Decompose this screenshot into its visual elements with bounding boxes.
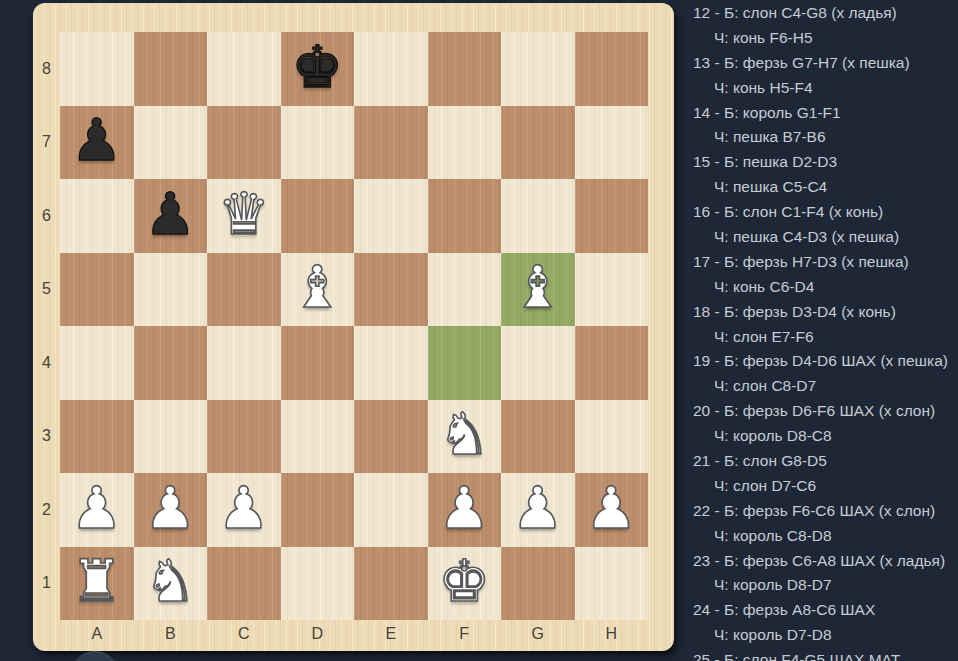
square-c1[interactable] [207,547,281,621]
square-b6[interactable]: ♟ [134,179,208,253]
piece-black-pawn-a7[interactable]: ♟ [71,111,123,169]
square-f5[interactable] [428,253,502,327]
move-line-black: Ч: конь H5-F4 [693,76,958,101]
move-line-black: Ч: король C8-D8 [693,524,958,549]
square-c2[interactable]: ♟ [207,473,281,547]
move-list: 12 - Б: слон C4-G8 (х ладья)Ч: конь F6-H… [693,1,958,661]
file-label-b: B [134,620,208,648]
square-d8[interactable]: ♚ [281,32,355,106]
move-line-black: Ч: пешка C5-C4 [693,175,958,200]
move-line-black: Ч: слон C8-D7 [693,374,958,399]
square-f3[interactable]: ♞ [428,400,502,474]
rank-label-1: 1 [33,547,60,621]
piece-white-rook-a1[interactable]: ♜ [71,552,123,610]
square-a5[interactable] [60,253,134,327]
square-a4[interactable] [60,326,134,400]
chess-board: 87654321 ♚♟♟♛♝♝♞♟♟♟♟♟♟♜♞♚ ABCDEFGH [33,3,674,651]
move-line-black: Ч: король D8-D7 [693,573,958,598]
square-f2[interactable]: ♟ [428,473,502,547]
square-b3[interactable] [134,400,208,474]
move-line-white: 15 - Б: пешка D2-D3 [693,150,958,175]
square-f6[interactable] [428,179,502,253]
rank-label-7: 7 [33,106,60,180]
square-f7[interactable] [428,106,502,180]
square-e7[interactable] [354,106,428,180]
move-line-black: Ч: пешка B7-B6 [693,125,958,150]
square-a8[interactable] [60,32,134,106]
piece-black-pawn-b6[interactable]: ♟ [144,185,196,243]
square-c4[interactable] [207,326,281,400]
square-e8[interactable] [354,32,428,106]
square-e2[interactable] [354,473,428,547]
file-labels: ABCDEFGH [60,620,648,648]
square-a2[interactable]: ♟ [60,473,134,547]
square-d7[interactable] [281,106,355,180]
square-b7[interactable] [134,106,208,180]
move-line-black: Ч: конь C6-D4 [693,275,958,300]
square-c7[interactable] [207,106,281,180]
square-e5[interactable] [354,253,428,327]
move-line-white: 13 - Б: ферзь G7-H7 (х пешка) [693,51,958,76]
move-line-white: 16 - Б: слон C1-F4 (х конь) [693,200,958,225]
square-h5[interactable] [575,253,649,327]
square-c6[interactable]: ♛ [207,179,281,253]
move-line-black: Ч: слон D7-C6 [693,474,958,499]
piece-white-pawn-b2[interactable]: ♟ [144,479,196,537]
move-line-black: Ч: король D7-D8 [693,623,958,648]
square-h8[interactable] [575,32,649,106]
square-b2[interactable]: ♟ [134,473,208,547]
square-d5[interactable]: ♝ [281,253,355,327]
move-line-white: 17 - Б: ферзь H7-D3 (х пешка) [693,250,958,275]
square-e1[interactable] [354,547,428,621]
piece-white-pawn-g2[interactable]: ♟ [512,479,564,537]
move-line-white: 14 - Б: король G1-F1 [693,101,958,126]
piece-white-knight-f3[interactable]: ♞ [438,405,490,463]
square-b8[interactable] [134,32,208,106]
square-g5[interactable]: ♝ [501,253,575,327]
square-h7[interactable] [575,106,649,180]
square-h3[interactable] [575,400,649,474]
move-line-white: 20 - Б: ферзь D6-F6 ШАХ (х слон) [693,399,958,424]
piece-white-knight-b1[interactable]: ♞ [144,552,196,610]
square-a1[interactable]: ♜ [60,547,134,621]
square-g6[interactable] [501,179,575,253]
file-label-d: D [281,620,355,648]
square-h2[interactable]: ♟ [575,473,649,547]
piece-white-king-f1[interactable]: ♚ [438,552,490,610]
move-line-white: 23 - Б: ферзь C6-A8 ШАХ (х ладья) [693,549,958,574]
rank-label-6: 6 [33,179,60,253]
square-h4[interactable] [575,326,649,400]
move-line-black: Ч: король D8-C8 [693,424,958,449]
square-d2[interactable] [281,473,355,547]
piece-white-pawn-c2[interactable]: ♟ [218,479,270,537]
square-f4[interactable] [428,326,502,400]
square-g2[interactable]: ♟ [501,473,575,547]
rank-label-3: 3 [33,400,60,474]
square-e6[interactable] [354,179,428,253]
move-line-black: Ч: пешка C4-D3 (х пешка) [693,225,958,250]
square-f8[interactable] [428,32,502,106]
piece-white-bishop-g5[interactable]: ♝ [512,258,564,316]
piece-white-pawn-h2[interactable]: ♟ [585,479,637,537]
piece-white-pawn-a2[interactable]: ♟ [71,479,123,537]
cropped-circle-button[interactable] [71,651,119,661]
piece-black-king-d8[interactable]: ♚ [291,38,343,96]
square-e4[interactable] [354,326,428,400]
move-line-black: Ч: конь F6-H5 [693,26,958,51]
square-d1[interactable] [281,547,355,621]
file-label-e: E [354,620,428,648]
file-label-g: G [501,620,575,648]
move-line-white: 12 - Б: слон C4-G8 (х ладья) [693,1,958,26]
move-line-white: 18 - Б: ферзь D3-D4 (х конь) [693,300,958,325]
square-f1[interactable]: ♚ [428,547,502,621]
square-g4[interactable] [501,326,575,400]
square-b1[interactable]: ♞ [134,547,208,621]
move-line-white: 22 - Б: ферзь F6-C6 ШАХ (х слон) [693,499,958,524]
rank-label-8: 8 [33,32,60,106]
file-label-h: H [575,620,649,648]
move-line-white: 24 - Б: ферзь A8-C6 ШАХ [693,598,958,623]
square-b4[interactable] [134,326,208,400]
square-c3[interactable] [207,400,281,474]
file-label-a: A [60,620,134,648]
piece-white-bishop-d5[interactable]: ♝ [291,258,343,316]
square-c8[interactable] [207,32,281,106]
square-b5[interactable] [134,253,208,327]
square-a6[interactable] [60,179,134,253]
rank-label-4: 4 [33,326,60,400]
file-label-c: C [207,620,281,648]
square-h1[interactable] [575,547,649,621]
square-g3[interactable] [501,400,575,474]
square-c5[interactable] [207,253,281,327]
move-line-black: Ч: слон E7-F6 [693,325,958,350]
square-a7[interactable]: ♟ [60,106,134,180]
square-d6[interactable] [281,179,355,253]
move-line-white: 21 - Б: слон G8-D5 [693,449,958,474]
file-label-f: F [428,620,502,648]
square-a3[interactable] [60,400,134,474]
square-h6[interactable] [575,179,649,253]
rank-label-5: 5 [33,253,60,327]
move-line-white: 25 - Б: слон F4-G5 ШАХ МАТ [693,648,958,661]
square-g8[interactable] [501,32,575,106]
move-line-white: 19 - Б: ферзь D4-D6 ШАХ (х пешка) [693,349,958,374]
board-grid[interactable]: ♚♟♟♛♝♝♞♟♟♟♟♟♟♜♞♚ [60,32,648,620]
piece-white-queen-c6[interactable]: ♛ [218,185,270,243]
rank-label-2: 2 [33,473,60,547]
square-g7[interactable] [501,106,575,180]
rank-labels: 87654321 [33,32,60,620]
piece-white-pawn-f2[interactable]: ♟ [438,479,490,537]
square-e3[interactable] [354,400,428,474]
square-d4[interactable] [281,326,355,400]
square-d3[interactable] [281,400,355,474]
square-g1[interactable] [501,547,575,621]
app-window: 87654321 ♚♟♟♛♝♝♞♟♟♟♟♟♟♜♞♚ ABCDEFGH 12 - … [0,0,958,661]
